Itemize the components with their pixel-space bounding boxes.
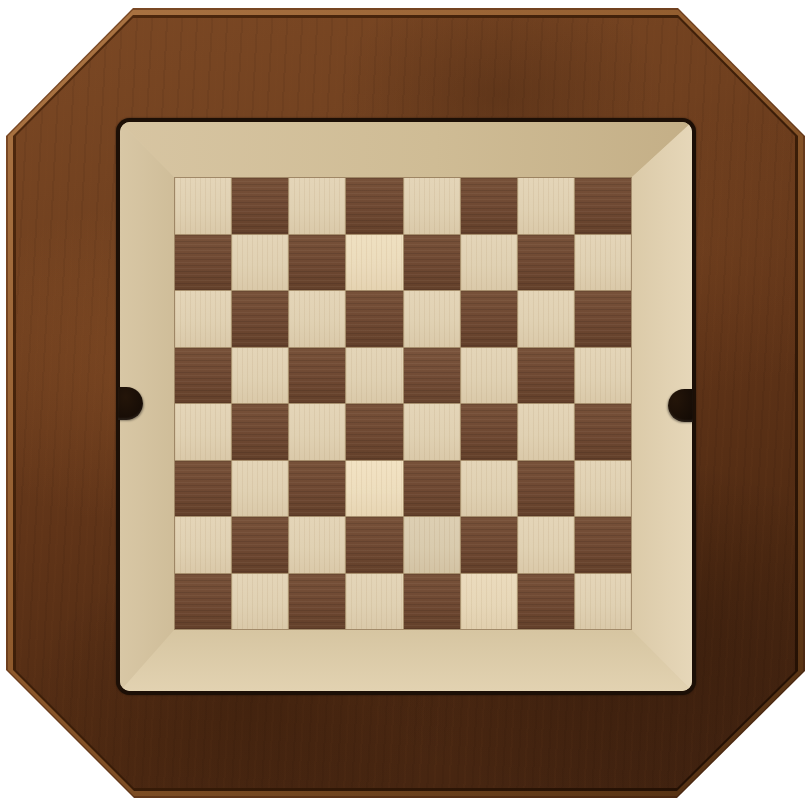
square-h1: [575, 574, 631, 630]
square-e2: [404, 517, 460, 573]
square-e6: [404, 291, 460, 347]
square-d8: [346, 178, 402, 234]
square-b8: [232, 178, 288, 234]
square-d7: [346, 235, 402, 291]
square-e4: [404, 404, 460, 460]
square-f6: [461, 291, 517, 347]
square-a2: [175, 517, 231, 573]
square-a1: [175, 574, 231, 630]
square-b4: [232, 404, 288, 460]
square-f7: [461, 235, 517, 291]
square-h6: [575, 291, 631, 347]
square-c5: [289, 348, 345, 404]
square-c6: [289, 291, 345, 347]
square-h5: [575, 348, 631, 404]
square-a3: [175, 461, 231, 517]
square-d5: [346, 348, 402, 404]
square-f5: [461, 348, 517, 404]
square-a7: [175, 235, 231, 291]
square-h2: [575, 517, 631, 573]
board-border-top: [120, 122, 692, 178]
square-c1: [289, 574, 345, 630]
square-b7: [232, 235, 288, 291]
square-e8: [404, 178, 460, 234]
square-c3: [289, 461, 345, 517]
square-c2: [289, 517, 345, 573]
square-f3: [461, 461, 517, 517]
square-b5: [232, 348, 288, 404]
square-f2: [461, 517, 517, 573]
square-f4: [461, 404, 517, 460]
square-g8: [518, 178, 574, 234]
square-h7: [575, 235, 631, 291]
square-g4: [518, 404, 574, 460]
square-c4: [289, 404, 345, 460]
square-g2: [518, 517, 574, 573]
square-h3: [575, 461, 631, 517]
square-d6: [346, 291, 402, 347]
square-g3: [518, 461, 574, 517]
square-d2: [346, 517, 402, 573]
square-b1: [232, 574, 288, 630]
square-g6: [518, 291, 574, 347]
square-e5: [404, 348, 460, 404]
chess-board: [120, 122, 692, 691]
square-g1: [518, 574, 574, 630]
square-e3: [404, 461, 460, 517]
square-a8: [175, 178, 231, 234]
square-e7: [404, 235, 460, 291]
square-f8: [461, 178, 517, 234]
board-recess: [116, 118, 696, 695]
finger-notch-right: [668, 389, 693, 422]
board-border-bottom: [120, 629, 692, 691]
square-b3: [232, 461, 288, 517]
square-d1: [346, 574, 402, 630]
square-f1: [461, 574, 517, 630]
square-e1: [404, 574, 460, 630]
square-h4: [575, 404, 631, 460]
square-a4: [175, 404, 231, 460]
chess-grid: [175, 178, 631, 629]
square-c8: [289, 178, 345, 234]
square-b6: [232, 291, 288, 347]
square-g7: [518, 235, 574, 291]
square-a6: [175, 291, 231, 347]
square-a5: [175, 348, 231, 404]
square-g5: [518, 348, 574, 404]
square-b2: [232, 517, 288, 573]
square-d3: [346, 461, 402, 517]
game-table-photo: [0, 0, 812, 811]
square-d4: [346, 404, 402, 460]
square-h8: [575, 178, 631, 234]
square-c7: [289, 235, 345, 291]
